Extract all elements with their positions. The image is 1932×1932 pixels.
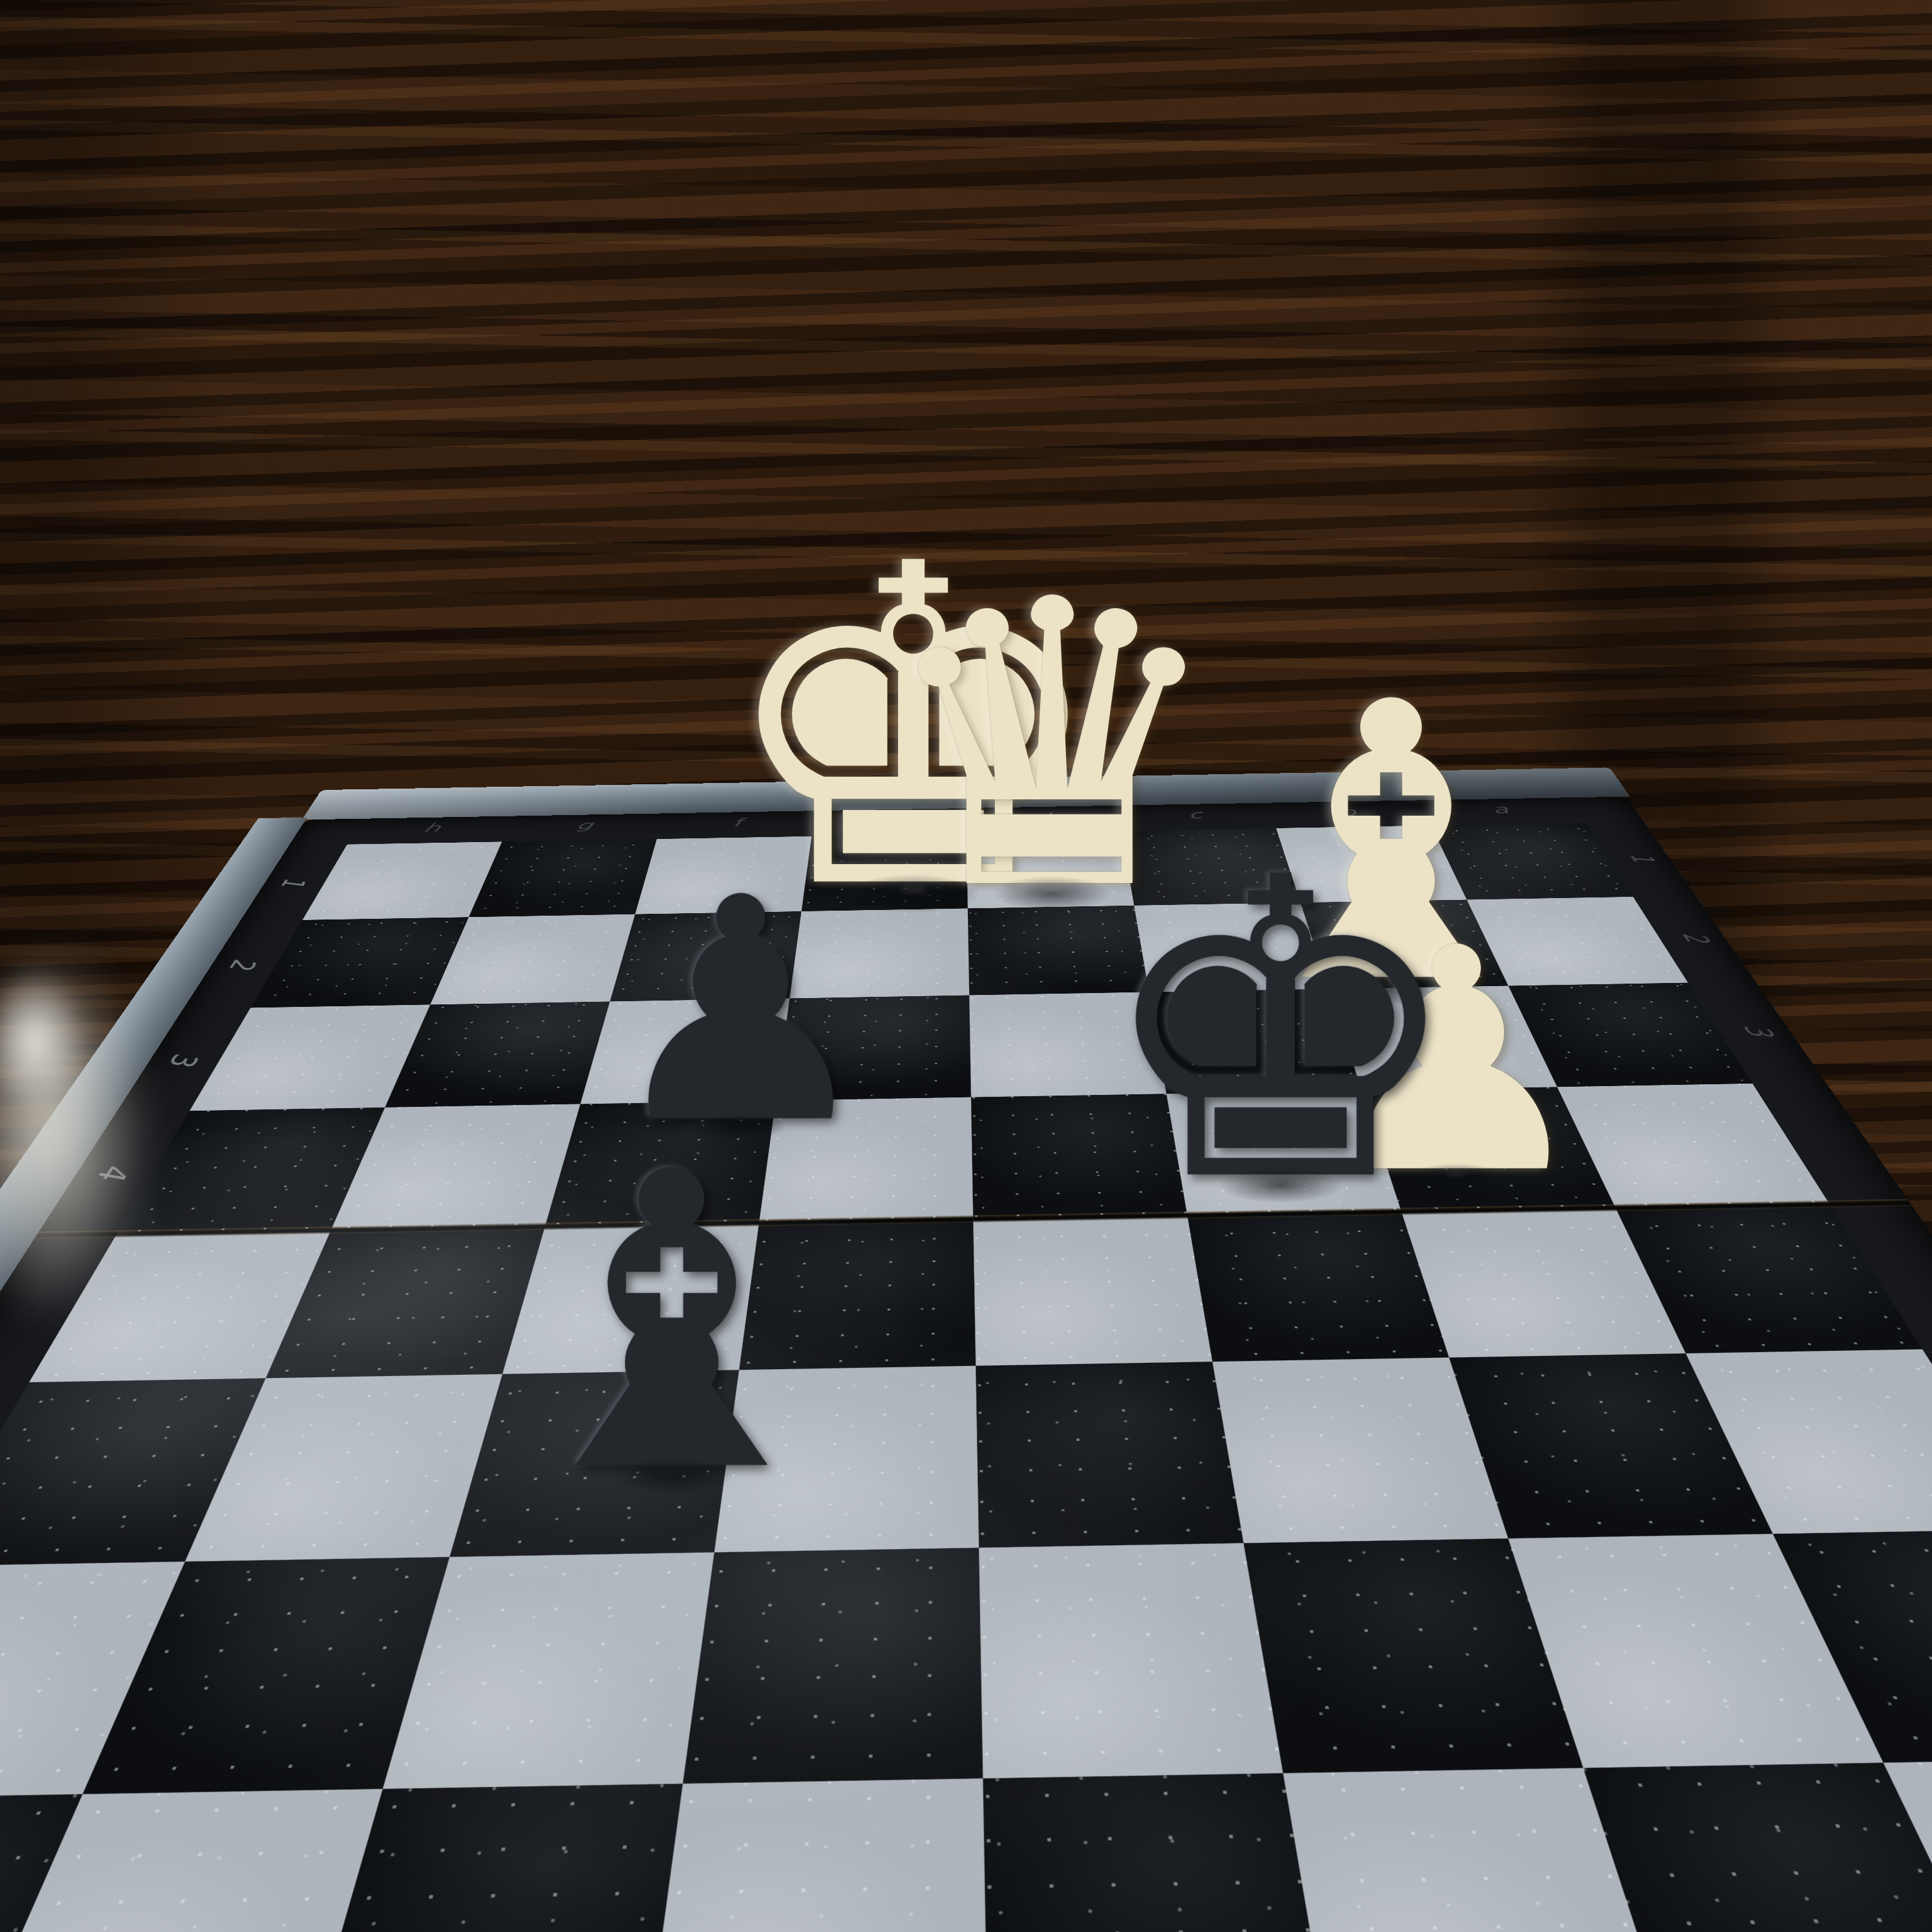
rank-label-left-2: 2: [216, 952, 271, 975]
rank-label-left-4: 4: [80, 1155, 148, 1188]
square-e7[interactable]: [683, 1548, 983, 1784]
piece-reflection: ♚: [1096, 1180, 1465, 1262]
piece-black-bishop-f6[interactable]: ♝♝: [489, 1171, 855, 1477]
square-e8[interactable]: [641, 1779, 988, 1932]
file-label-h: h: [409, 821, 456, 835]
square-d7[interactable]: [979, 1543, 1284, 1779]
rank-label-left-1: 1: [269, 872, 319, 892]
board-squares-grid: [0, 823, 1932, 1932]
photo-stage: 1234 123 hgfedcba ♚♚♛♛♝♝♟♟♚♚♟♟♝♝: [0, 0, 1932, 1932]
rank-label-right-2: 2: [1670, 926, 1721, 950]
rank-label-right-1: 1: [1619, 848, 1666, 869]
rank-label-left-3: 3: [154, 1045, 214, 1073]
square-d8[interactable]: [983, 1773, 1335, 1932]
piece-black-king-b4[interactable]: ♚♚: [1096, 877, 1465, 1186]
piece-reflection: ♝: [489, 1470, 855, 1552]
file-label-g: g: [562, 818, 608, 832]
black-bishop-glyph: ♝: [489, 1171, 855, 1477]
rank-label-right-3: 3: [1729, 1016, 1787, 1045]
black-king-glyph: ♚: [1096, 877, 1465, 1186]
square-b8[interactable]: [1583, 1763, 1932, 1932]
square-d6[interactable]: [975, 1362, 1243, 1548]
